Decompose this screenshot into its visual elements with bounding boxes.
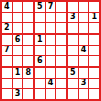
cell-r7c3[interactable]: 8 <box>23 68 33 78</box>
cell-r7c8[interactable] <box>79 68 89 78</box>
box-2: 31 <box>68 2 99 33</box>
box-7: 4 <box>35 68 66 99</box>
cell-r9c1[interactable] <box>2 89 12 99</box>
cell-r7c5[interactable] <box>46 68 56 78</box>
cell-r1c4[interactable]: 5 <box>35 2 45 12</box>
cell-r2c1[interactable] <box>2 13 12 23</box>
cell-r1c3[interactable] <box>23 2 33 12</box>
cell-r2c8[interactable] <box>79 13 89 23</box>
cell-r5c9[interactable] <box>89 46 99 56</box>
cell-r4c4[interactable]: 1 <box>35 35 45 45</box>
cell-r7c7[interactable]: 5 <box>68 68 78 78</box>
cell-r4c8[interactable] <box>79 35 89 45</box>
cell-r9c6[interactable] <box>56 89 66 99</box>
cell-r8c3[interactable] <box>23 79 33 89</box>
cell-r4c5[interactable] <box>46 35 56 45</box>
cell-r4c7[interactable] <box>68 35 78 45</box>
cell-r9c3[interactable] <box>23 89 33 99</box>
cell-r5c5[interactable] <box>46 46 56 56</box>
cell-r1c6[interactable] <box>56 2 66 12</box>
cell-r1c2[interactable] <box>13 2 23 12</box>
cell-r4c1[interactable] <box>2 35 12 45</box>
box-6: 183 <box>2 68 33 99</box>
cell-r9c4[interactable] <box>35 89 45 99</box>
cell-r1c5[interactable]: 7 <box>46 2 56 12</box>
cell-r9c8[interactable] <box>79 89 89 99</box>
cell-r2c3[interactable] <box>23 13 33 23</box>
cell-r8c4[interactable] <box>35 79 45 89</box>
cell-r9c7[interactable] <box>68 89 78 99</box>
cell-r9c5[interactable] <box>46 89 56 99</box>
cell-r5c7[interactable] <box>68 46 78 56</box>
cell-r6c2[interactable] <box>13 56 23 66</box>
cell-r8c8[interactable]: 3 <box>79 79 89 89</box>
cell-r3c9[interactable] <box>89 23 99 33</box>
cell-r5c6[interactable] <box>56 46 66 56</box>
cell-r7c4[interactable] <box>35 68 45 78</box>
cell-r8c2[interactable] <box>13 79 23 89</box>
cell-r7c1[interactable] <box>2 68 12 78</box>
cell-r4c2[interactable]: 6 <box>13 35 23 45</box>
cell-r4c3[interactable] <box>23 35 33 45</box>
cell-r1c9[interactable] <box>89 2 99 12</box>
cell-r1c1[interactable]: 4 <box>2 2 12 12</box>
cell-r6c3[interactable] <box>23 56 33 66</box>
cell-r2c9[interactable]: 1 <box>89 13 99 23</box>
box-4: 16 <box>35 35 66 66</box>
cell-r8c5[interactable]: 4 <box>46 79 56 89</box>
box-1: 57 <box>35 2 66 33</box>
cell-r3c8[interactable] <box>79 23 89 33</box>
cell-r3c1[interactable]: 2 <box>2 23 12 33</box>
cell-r3c7[interactable] <box>68 23 78 33</box>
cell-r3c6[interactable] <box>56 23 66 33</box>
cell-r5c8[interactable]: 4 <box>79 46 89 56</box>
cell-r6c8[interactable] <box>79 56 89 66</box>
cell-r4c9[interactable] <box>89 35 99 45</box>
box-0: 42 <box>2 2 33 33</box>
cell-r3c5[interactable] <box>46 23 56 33</box>
cell-r2c6[interactable] <box>56 13 66 23</box>
box-3: 67 <box>2 35 33 66</box>
cell-r6c6[interactable] <box>56 56 66 66</box>
box-5: 4 <box>68 35 99 66</box>
cell-r6c1[interactable] <box>2 56 12 66</box>
cell-r2c7[interactable]: 3 <box>68 13 78 23</box>
cell-r9c2[interactable]: 3 <box>13 89 23 99</box>
cell-r6c5[interactable] <box>46 56 56 66</box>
cell-r5c3[interactable] <box>23 46 33 56</box>
cell-r9c9[interactable] <box>89 89 99 99</box>
cell-r3c4[interactable] <box>35 23 45 33</box>
cell-r8c6[interactable] <box>56 79 66 89</box>
cell-r6c7[interactable] <box>68 56 78 66</box>
cell-r5c1[interactable]: 7 <box>2 46 12 56</box>
cell-r8c1[interactable] <box>2 79 12 89</box>
cell-r7c2[interactable]: 1 <box>13 68 23 78</box>
cell-r4c6[interactable] <box>56 35 66 45</box>
cell-r1c7[interactable] <box>68 2 78 12</box>
cell-r1c8[interactable] <box>79 2 89 12</box>
cell-r6c4[interactable]: 6 <box>35 56 45 66</box>
cell-r5c2[interactable] <box>13 46 23 56</box>
sudoku-board: 42 57 31 67 16 4 183 4 53 <box>0 0 101 101</box>
cell-r8c9[interactable] <box>89 79 99 89</box>
cell-r5c4[interactable] <box>35 46 45 56</box>
box-8: 53 <box>68 68 99 99</box>
cell-r3c3[interactable] <box>23 23 33 33</box>
cell-r7c9[interactable] <box>89 68 99 78</box>
cell-r3c2[interactable] <box>13 23 23 33</box>
cell-r2c4[interactable] <box>35 13 45 23</box>
cell-r8c7[interactable] <box>68 79 78 89</box>
cell-r6c9[interactable] <box>89 56 99 66</box>
cell-r2c5[interactable] <box>46 13 56 23</box>
cell-r2c2[interactable] <box>13 13 23 23</box>
cell-r7c6[interactable] <box>56 68 66 78</box>
